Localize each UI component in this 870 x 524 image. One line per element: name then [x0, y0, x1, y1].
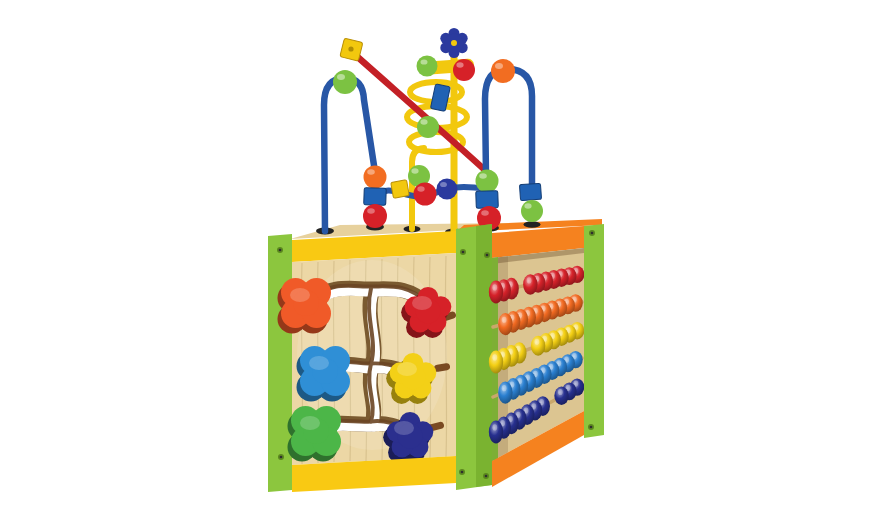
abacus-bead-red — [489, 281, 503, 304]
green-bead-spiral — [417, 116, 439, 138]
pole-tip — [451, 40, 457, 46]
knob-orange-clover — [278, 278, 332, 334]
corner-post-shade — [476, 224, 492, 487]
screw — [459, 469, 465, 475]
right-green-post — [584, 224, 604, 438]
screw — [589, 230, 595, 236]
green-bead-left-apex — [333, 70, 357, 94]
screw — [277, 247, 283, 253]
cube-front-face — [268, 224, 492, 492]
abacus-bead-navy — [489, 421, 503, 444]
abacus-bead-blue — [498, 382, 512, 404]
orange-bead-right-apex — [491, 59, 515, 83]
product-photo — [0, 0, 870, 524]
screw — [278, 454, 284, 460]
knob-blue-clover — [297, 346, 351, 402]
abacus-bead-yellow — [531, 336, 545, 356]
front-left-green-post — [268, 234, 292, 492]
photo-canvas — [0, 0, 870, 524]
screw — [484, 252, 490, 258]
abacus-bead-red — [523, 274, 537, 294]
abacus-bead-orange — [498, 313, 512, 335]
green-bead-crossbar — [417, 56, 438, 77]
bead-stack-right — [476, 170, 502, 231]
red-bead-crossbar — [453, 59, 475, 81]
yellow-cube-bead-top — [340, 38, 363, 61]
abacus-bead-navy — [554, 386, 568, 404]
screw — [588, 424, 594, 430]
screw — [483, 473, 489, 479]
knob-green-clover — [288, 406, 342, 462]
screw — [460, 249, 466, 255]
activity-cube-illustration — [0, 0, 870, 524]
bead-stack-left — [363, 166, 387, 229]
abacus-bead-yellow — [489, 351, 503, 374]
